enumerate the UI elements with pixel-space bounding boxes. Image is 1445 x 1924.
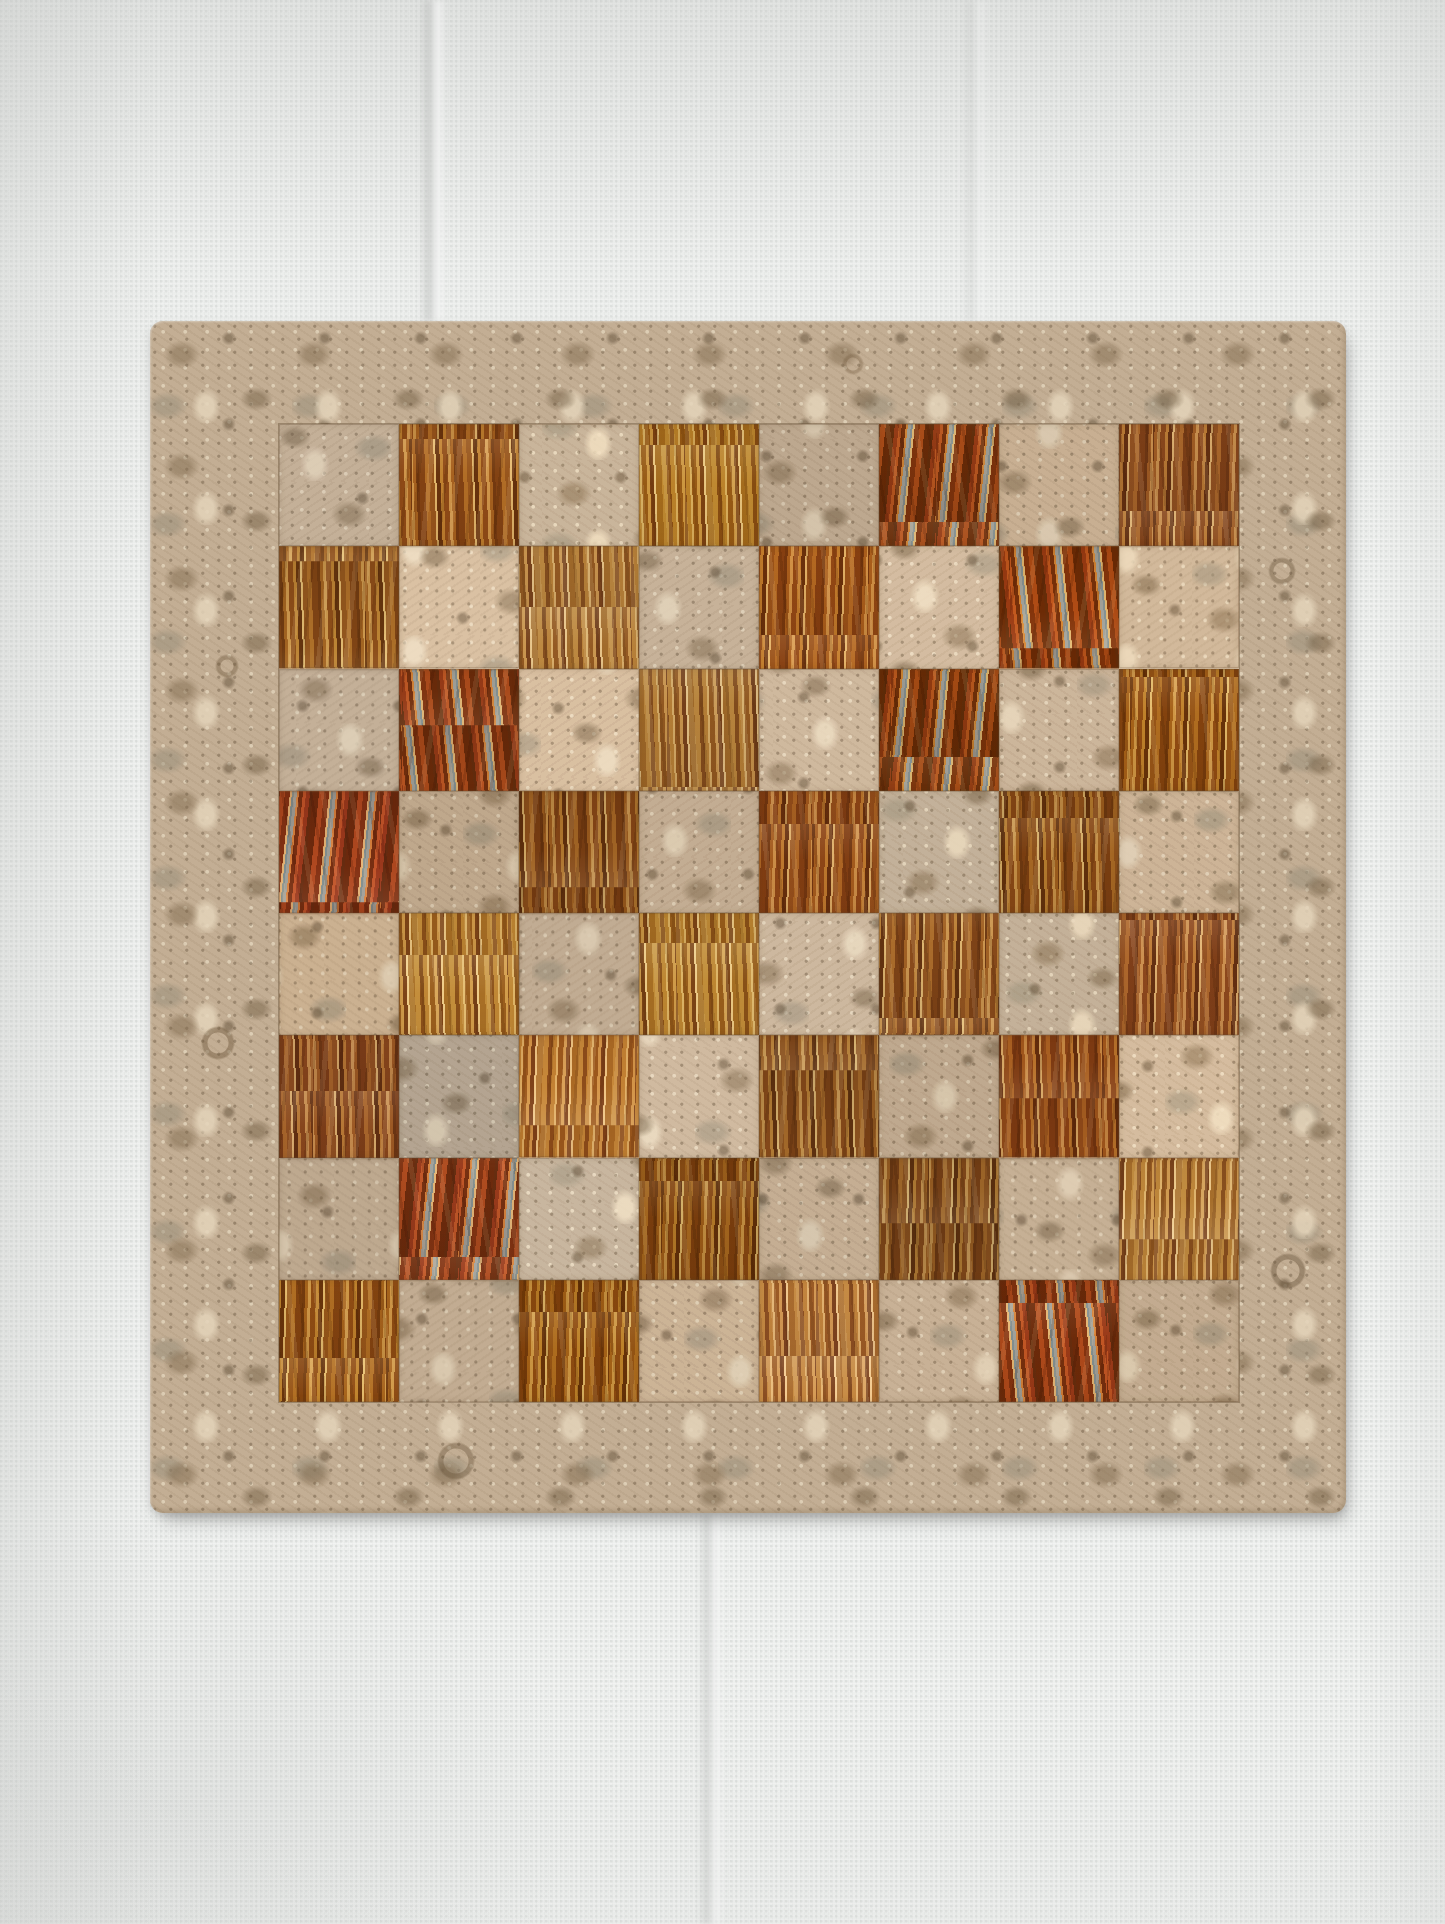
square-g4	[999, 913, 1119, 1035]
square-b3	[399, 1035, 519, 1157]
square-g6	[999, 669, 1119, 791]
square-c5	[519, 791, 639, 913]
square-d4	[639, 913, 759, 1035]
square-c3	[519, 1035, 639, 1157]
square-c1	[519, 1280, 639, 1402]
square-h7	[1119, 546, 1239, 668]
square-a2	[279, 1158, 399, 1280]
square-d1	[639, 1280, 759, 1402]
square-g1	[999, 1280, 1119, 1402]
square-e4	[759, 913, 879, 1035]
square-b2	[399, 1158, 519, 1280]
square-d2	[639, 1158, 759, 1280]
square-e7	[759, 546, 879, 668]
square-f4	[879, 913, 999, 1035]
square-c6	[519, 669, 639, 791]
square-d7	[639, 546, 759, 668]
square-c7	[519, 546, 639, 668]
square-g2	[999, 1158, 1119, 1280]
square-f5	[879, 791, 999, 913]
square-c4	[519, 913, 639, 1035]
square-h8	[1119, 424, 1239, 546]
square-e8	[759, 424, 879, 546]
square-f6	[879, 669, 999, 791]
square-a5	[279, 791, 399, 913]
square-g5	[999, 791, 1119, 913]
square-b1	[399, 1280, 519, 1402]
square-g3	[999, 1035, 1119, 1157]
square-f1	[879, 1280, 999, 1402]
board-playing-area	[278, 423, 1240, 1403]
square-e6	[759, 669, 879, 791]
square-a4	[279, 913, 399, 1035]
fabric-crease-top-left	[420, 0, 446, 321]
square-a8	[279, 424, 399, 546]
square-e5	[759, 791, 879, 913]
photo-scene	[0, 0, 1445, 1924]
square-a6	[279, 669, 399, 791]
square-g7	[999, 546, 1119, 668]
square-b7	[399, 546, 519, 668]
square-f7	[879, 546, 999, 668]
fabric-crease-bottom	[698, 1513, 724, 1924]
square-a7	[279, 546, 399, 668]
square-e2	[759, 1158, 879, 1280]
chess-board	[150, 321, 1346, 1513]
square-h2	[1119, 1158, 1239, 1280]
square-d5	[639, 791, 759, 913]
square-f3	[879, 1035, 999, 1157]
square-h1	[1119, 1280, 1239, 1402]
square-f2	[879, 1158, 999, 1280]
square-a1	[279, 1280, 399, 1402]
square-h5	[1119, 791, 1239, 913]
square-a3	[279, 1035, 399, 1157]
square-g8	[999, 424, 1119, 546]
square-f8	[879, 424, 999, 546]
square-d6	[639, 669, 759, 791]
square-c8	[519, 424, 639, 546]
square-b8	[399, 424, 519, 546]
fabric-crease-top-right	[962, 0, 988, 321]
square-e1	[759, 1280, 879, 1402]
square-h6	[1119, 669, 1239, 791]
square-e3	[759, 1035, 879, 1157]
square-h3	[1119, 1035, 1239, 1157]
square-b6	[399, 669, 519, 791]
square-h4	[1119, 913, 1239, 1035]
square-c2	[519, 1158, 639, 1280]
square-d8	[639, 424, 759, 546]
square-b4	[399, 913, 519, 1035]
square-b5	[399, 791, 519, 913]
square-d3	[639, 1035, 759, 1157]
